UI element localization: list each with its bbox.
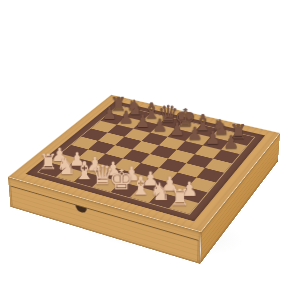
piece-white-knight[interactable]: ♞	[149, 180, 171, 204]
drawer-notch-handle[interactable]	[76, 205, 87, 214]
chess-box-3d: ♜♞♝♛♚♝♞♜♟♟♟♟♟♟♟♟♟♟♟♟♟♟♟♟♜♞♝♛♚♝♞♜	[8, 95, 280, 232]
piece-black-pawn[interactable]: ♟	[152, 117, 167, 134]
piece-black-pawn[interactable]: ♟	[187, 125, 203, 143]
piece-black-pawn[interactable]: ♟	[205, 129, 221, 147]
product-photo-scene: ♜♞♝♛♚♝♞♜♟♟♟♟♟♟♟♟♟♟♟♟♟♟♟♟♜♞♝♛♚♝♞♜	[0, 0, 300, 300]
piece-black-pawn[interactable]: ♟	[118, 109, 133, 126]
piece-black-pawn[interactable]: ♟	[102, 105, 117, 122]
piece-black-pawn[interactable]: ♟	[223, 133, 239, 151]
piece-black-pawn[interactable]: ♟	[135, 113, 150, 130]
piece-black-pawn[interactable]: ♟	[169, 121, 185, 138]
piece-white-rook[interactable]: ♜	[170, 187, 191, 210]
